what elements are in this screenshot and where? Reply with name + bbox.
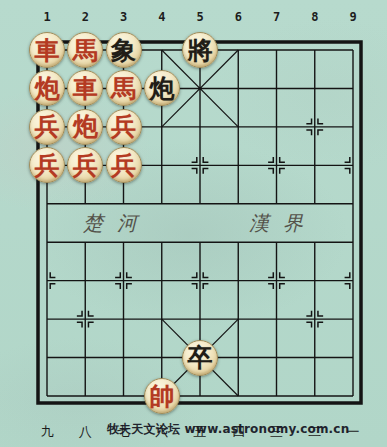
river-left-text: 楚河 — [83, 210, 151, 237]
piece-red-soldier[interactable]: 兵 — [106, 109, 142, 145]
file-label-bottom-2: 八 — [79, 423, 92, 441]
file-label-top-6: 6 — [235, 10, 242, 24]
xiangqi-app: 123456789 九八七六五四三二一 楚河 漢界 車馬象將炮車馬炮兵炮兵兵兵兵… — [0, 0, 387, 447]
piece-red-chariot[interactable]: 車 — [67, 70, 103, 106]
piece-red-chariot[interactable]: 車 — [29, 32, 65, 68]
piece-red-cannon[interactable]: 炮 — [67, 109, 103, 145]
file-label-top-9: 9 — [349, 10, 356, 24]
piece-red-horse[interactable]: 馬 — [106, 70, 142, 106]
piece-red-horse[interactable]: 馬 — [67, 32, 103, 68]
piece-red-soldier[interactable]: 兵 — [29, 147, 65, 183]
piece-red-soldier[interactable]: 兵 — [29, 109, 65, 145]
watermark-text: 牧夫天文论坛 www.astronomy.com.cn — [107, 421, 349, 438]
file-label-top-8: 8 — [311, 10, 318, 24]
file-label-bottom-1: 九 — [41, 423, 54, 441]
file-label-top-5: 5 — [196, 10, 203, 24]
piece-black-soldier[interactable]: 卒 — [182, 340, 218, 376]
piece-black-elephant[interactable]: 象 — [106, 32, 142, 68]
file-label-top-4: 4 — [158, 10, 165, 24]
piece-black-cannon[interactable]: 炮 — [144, 70, 180, 106]
piece-black-general[interactable]: 將 — [182, 32, 218, 68]
river-right-text: 漢界 — [249, 210, 317, 237]
piece-red-soldier[interactable]: 兵 — [106, 147, 142, 183]
file-label-top-3: 3 — [120, 10, 127, 24]
file-label-top-7: 7 — [273, 10, 280, 24]
file-label-top-2: 2 — [82, 10, 89, 24]
file-label-top-1: 1 — [43, 10, 50, 24]
piece-red-cannon[interactable]: 炮 — [29, 70, 65, 106]
piece-red-general[interactable]: 帥 — [144, 378, 180, 414]
piece-red-soldier[interactable]: 兵 — [67, 147, 103, 183]
